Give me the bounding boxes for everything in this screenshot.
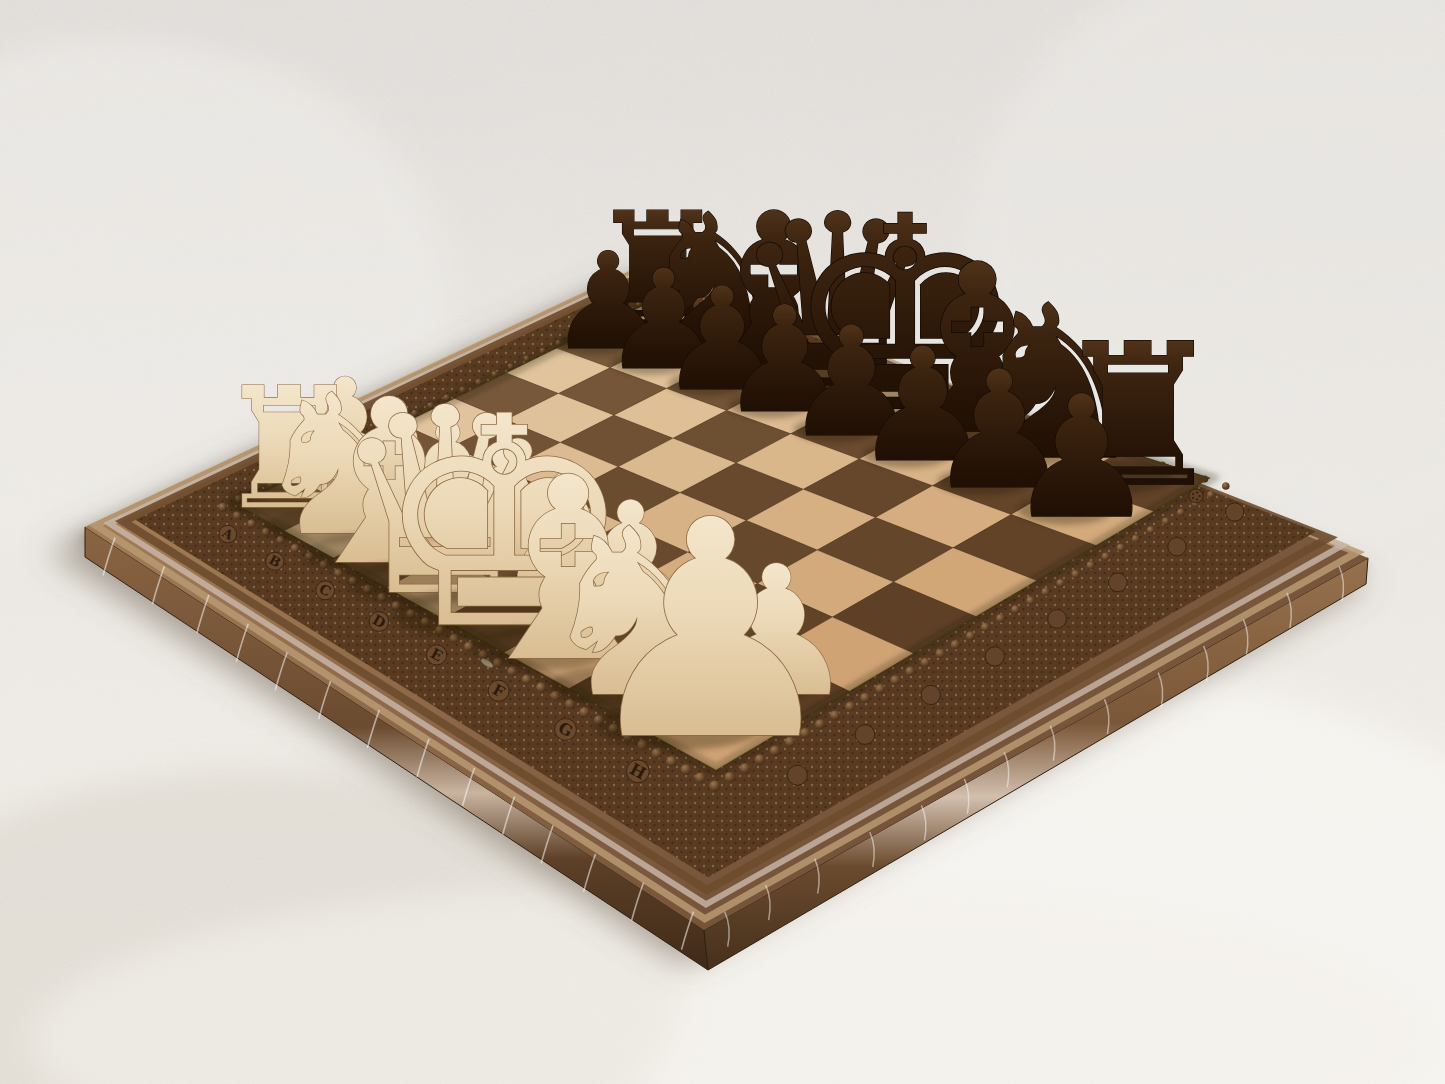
rank-tab — [1109, 573, 1128, 592]
photo-scene: ABCDEFGH♜♞♟♝♟♛♟♚♟♝♟♞♟♟♜♟♟♜♟♟♞♟♝♟♛♟♚♝♞♟♟ — [0, 0, 1445, 1084]
chess-board-photo: ABCDEFGH♜♞♟♝♟♛♟♚♟♝♟♞♟♟♜♟♟♜♟♟♞♟♝♟♛♟♚♝♞♟♟ — [0, 0, 1445, 1084]
rank-tab — [1048, 609, 1067, 628]
piece-black-pawn-h7: ♟ — [1006, 360, 1157, 556]
piece-white-pawn-h1: ♟ — [576, 456, 845, 806]
rank-tab — [855, 725, 875, 745]
rank-tab — [1168, 538, 1186, 556]
rank-tab — [985, 647, 1004, 666]
rank-tab — [1226, 503, 1244, 521]
rank-tab — [921, 685, 940, 704]
